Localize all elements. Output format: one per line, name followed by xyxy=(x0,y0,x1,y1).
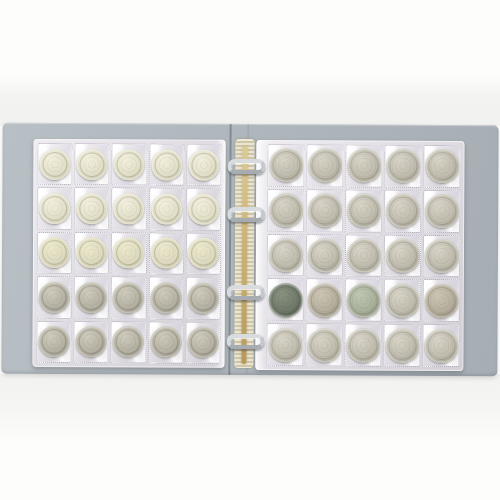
coin-pocket-left-r2-c4 xyxy=(149,188,184,231)
coin-left-r2-c5-cream xyxy=(188,194,219,225)
coin-left-r1-c2-cream xyxy=(77,149,108,180)
coin-right-r2-c2-silver xyxy=(308,193,342,227)
coin-left-r3-c1-cream2 xyxy=(39,237,70,268)
coin-pocket-right-r5-c1 xyxy=(266,323,303,366)
coin-pocket-left-r2-c3 xyxy=(111,188,146,231)
coin-pocket-left-r4-c2 xyxy=(74,276,109,319)
coin-right-r4-c3-sage xyxy=(346,283,380,317)
coin-pocket-right-r1-c5 xyxy=(423,145,460,188)
binder xyxy=(0,0,500,500)
coin-left-r4-c2-pewter xyxy=(76,282,107,313)
coin-left-r4-c4-pewter xyxy=(150,282,181,313)
coin-pocket-right-r4-c2 xyxy=(306,279,343,322)
coin-pocket-left-r2-c2 xyxy=(74,187,109,230)
coin-pocket-right-r2-c1 xyxy=(267,189,304,232)
coin-left-r4-c5-pewter xyxy=(188,283,219,314)
coin-pocket-left-r1-c1 xyxy=(37,143,72,186)
coin-right-r4-c1-verdigris xyxy=(268,283,302,317)
coin-left-r5-c5-pewter xyxy=(187,327,218,358)
coin-pocket-left-r5-c4 xyxy=(148,321,183,364)
coin-pocket-right-r3-c3 xyxy=(345,234,382,277)
coin-pocket-right-r5-c2 xyxy=(305,323,342,366)
coin-left-r1-c3-cream xyxy=(114,149,145,180)
coin-pocket-right-r1-c2 xyxy=(306,144,343,187)
coin-left-r4-c1-pewter xyxy=(39,282,70,313)
coin-right-r3-c2-silver xyxy=(307,238,341,272)
coin-pocket-left-r5-c2 xyxy=(74,321,109,364)
left-page-grid xyxy=(36,143,221,364)
coin-pocket-left-r1-c3 xyxy=(112,143,147,186)
coin-pocket-right-r3-c2 xyxy=(306,234,343,277)
coin-pocket-right-r3-c5 xyxy=(423,234,460,277)
coin-right-r4-c4-silver xyxy=(385,283,419,317)
coin-pocket-right-r2-c5 xyxy=(423,190,460,233)
coin-right-r1-c5-silver xyxy=(425,149,459,183)
coin-pocket-right-r5-c3 xyxy=(344,324,381,367)
coin-pocket-right-r4-c1 xyxy=(267,278,304,321)
binder-ring-4 xyxy=(226,334,264,349)
coin-left-r1-c5-cream xyxy=(188,149,219,180)
coin-right-r3-c4-silver xyxy=(385,239,419,273)
coin-right-r3-c3-silver xyxy=(346,238,380,272)
coin-pocket-left-r1-c4 xyxy=(149,143,184,186)
coin-pocket-left-r3-c2 xyxy=(74,232,109,275)
coin-pocket-left-r3-c5 xyxy=(186,232,221,275)
coin-left-r3-c5-cream2 xyxy=(188,238,219,269)
coin-pocket-left-r5-c5 xyxy=(185,321,220,364)
coin-pocket-right-r5-c4 xyxy=(383,324,420,367)
coin-left-r3-c2-cream2 xyxy=(76,238,107,269)
coin-pocket-left-r4-c5 xyxy=(185,277,220,320)
coin-pocket-left-r4-c4 xyxy=(148,277,183,320)
coin-right-r5-c3-silver xyxy=(346,328,380,362)
coin-pocket-left-r1-c5 xyxy=(186,144,221,187)
coin-left-r2-c4-cream xyxy=(151,194,182,225)
coin-pocket-right-r4-c4 xyxy=(384,279,421,322)
left-album-page xyxy=(32,139,225,368)
coin-pocket-left-r3-c1 xyxy=(37,232,72,275)
coin-left-r4-c3-pewter xyxy=(113,282,144,313)
coin-pocket-left-r4-c3 xyxy=(111,276,146,319)
coin-pocket-right-r1-c1 xyxy=(267,144,304,187)
coin-pocket-right-r5-c5 xyxy=(422,324,459,367)
right-album-page xyxy=(255,140,464,371)
coin-pocket-left-r2-c5 xyxy=(186,188,221,231)
right-page-grid xyxy=(266,144,460,367)
coin-pocket-right-r1-c4 xyxy=(384,145,421,188)
coin-right-r2-c3-silver xyxy=(347,194,381,228)
coin-right-r1-c2-silver xyxy=(308,149,342,183)
coin-pocket-right-r4-c5 xyxy=(423,279,460,322)
coin-pocket-left-r5-c1 xyxy=(36,320,71,363)
coin-left-r2-c2-cream xyxy=(76,193,107,224)
coin-album-photo xyxy=(0,0,500,500)
coin-right-r4-c2-silver_warm xyxy=(307,283,341,317)
coin-pocket-left-r4-c1 xyxy=(37,276,72,319)
coin-pocket-left-r3-c4 xyxy=(148,232,183,275)
binder-ring-3 xyxy=(227,285,265,300)
coin-pocket-left-r1-c2 xyxy=(75,143,110,186)
coin-right-r3-c1-silver xyxy=(268,238,302,272)
coin-pocket-right-r3-c1 xyxy=(267,234,304,277)
coin-right-r2-c5-silver xyxy=(425,194,459,228)
coin-pocket-right-r2-c4 xyxy=(384,189,421,232)
coin-left-r2-c1-cream xyxy=(39,193,70,224)
coin-left-r5-c2-pewter xyxy=(76,326,107,357)
coin-right-r5-c4-silver xyxy=(385,328,419,362)
coin-left-r5-c4-pewter xyxy=(150,327,181,358)
coin-pocket-left-r3-c3 xyxy=(111,232,146,275)
coin-left-r1-c1-cream xyxy=(39,149,70,180)
coin-right-r4-c5-silver_warm xyxy=(424,284,458,318)
binder-ring-2 xyxy=(227,207,265,222)
coin-pocket-right-r4-c3 xyxy=(345,279,382,322)
coin-right-r1-c3-silver xyxy=(347,149,381,183)
coin-left-r3-c4-cream2 xyxy=(151,238,182,269)
coin-pocket-left-r5-c3 xyxy=(111,321,146,364)
coin-pocket-right-r1-c3 xyxy=(345,144,382,187)
coin-right-r1-c1-silver xyxy=(269,148,303,182)
coin-right-r1-c4-silver xyxy=(386,149,420,183)
coin-right-r5-c1-silver xyxy=(268,328,302,362)
coin-right-r5-c2-silver xyxy=(307,328,341,362)
coin-left-r5-c3-pewter xyxy=(113,327,144,358)
coin-left-r3-c3-cream2 xyxy=(113,238,144,269)
coin-left-r5-c1-pewter xyxy=(39,326,70,357)
coin-right-r3-c5-silver xyxy=(424,239,458,273)
coin-left-r1-c4-cream xyxy=(151,149,182,180)
coin-left-r2-c3-cream xyxy=(114,193,145,224)
coin-right-r2-c4-silver xyxy=(386,194,420,228)
coin-pocket-right-r2-c2 xyxy=(306,189,343,232)
coin-pocket-left-r2-c1 xyxy=(37,187,72,230)
coin-pocket-right-r2-c3 xyxy=(345,189,382,232)
coin-pocket-right-r3-c4 xyxy=(384,234,421,277)
binder-ring-1 xyxy=(227,159,265,174)
coin-right-r5-c5-silver xyxy=(424,328,458,362)
coin-right-r2-c1-silver xyxy=(269,193,303,227)
